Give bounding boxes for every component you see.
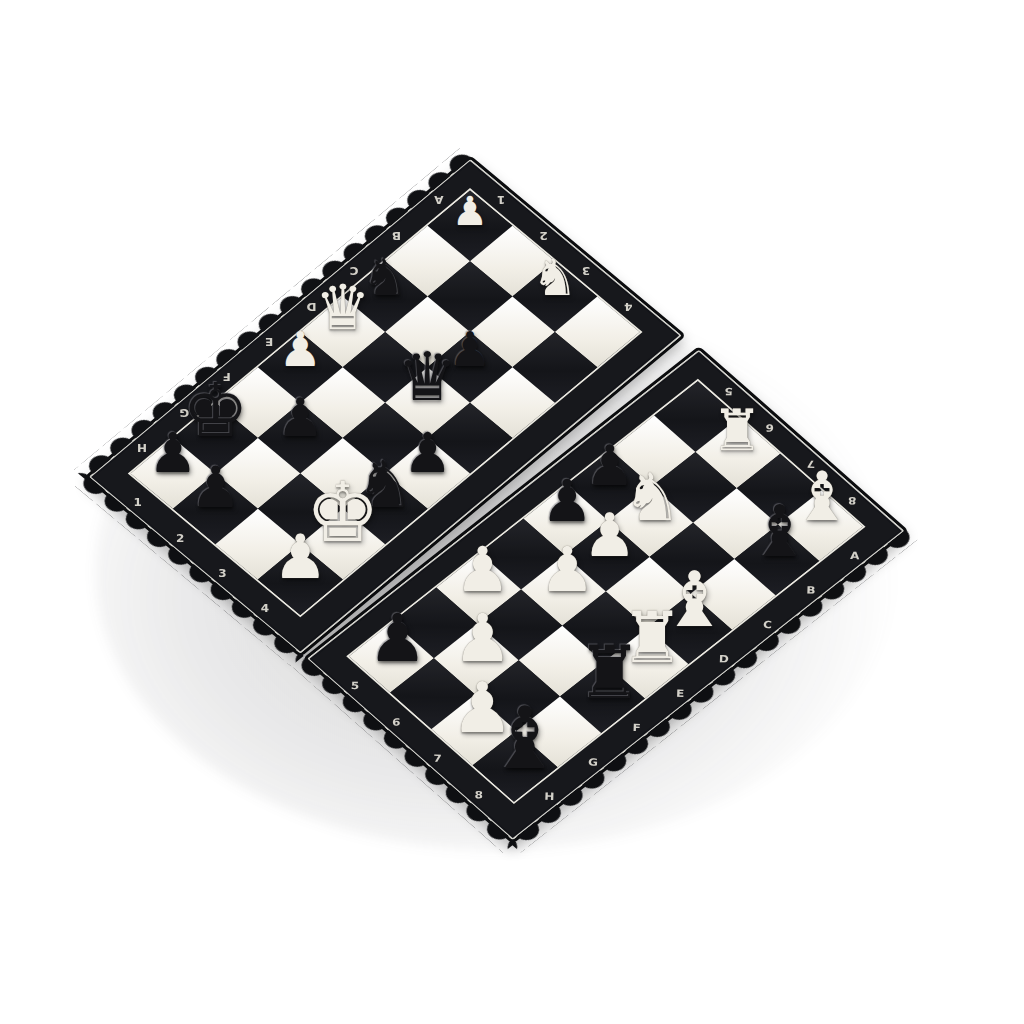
piece-white-rook-a6[interactable]: ♜ — [711, 402, 762, 459]
file-label-e-rank8-side: E — [676, 688, 685, 698]
rank-label-4: 4 — [261, 604, 269, 614]
piece-white-pawn-g6[interactable]: ♟ — [453, 606, 512, 672]
rank-label-3: 3 — [582, 266, 590, 276]
piece-white-pawn-e1[interactable]: ♟ — [279, 325, 322, 373]
rank-label-1: 1 — [133, 498, 141, 508]
chess-set-product-photo: 11223344ABCDEFGH 55667788ABCDEFGH ♟♟♟♟♟♟… — [0, 0, 1024, 1024]
piece-black-rook-f8[interactable]: ♜ — [577, 636, 642, 709]
file-label-b-rank8-side: B — [806, 585, 815, 595]
rank-label-6: 6 — [392, 717, 401, 727]
file-label-f-rank8-side: F — [632, 723, 641, 733]
file-label-a-rank1-side: A — [434, 195, 443, 205]
piece-white-pawn-a1[interactable]: ♟ — [452, 191, 488, 231]
piece-black-pawn-h5[interactable]: ♟ — [368, 606, 427, 672]
piece-white-queen-d1[interactable]: ♛ — [315, 277, 371, 339]
rank-label-2: 2 — [176, 533, 184, 543]
piece-white-pawn-h4[interactable]: ♟ — [273, 526, 328, 587]
rank-label-3: 3 — [218, 569, 226, 579]
rank-label-5: 5 — [724, 386, 733, 396]
rank-label-2: 2 — [539, 230, 547, 240]
piece-white-pawn-f5[interactable]: ♟ — [455, 539, 511, 601]
piece-white-knight-a3[interactable]: ♞ — [532, 252, 578, 303]
piece-white-pawn-e6[interactable]: ♟ — [540, 539, 596, 601]
piece-black-pawn-h2[interactable]: ♟ — [190, 459, 241, 516]
piece-black-bishop-b8[interactable]: ♝ — [748, 496, 812, 567]
file-label-e-rank1-side: E — [265, 336, 273, 346]
piece-black-bishop-h8[interactable]: ♝ — [486, 695, 563, 781]
rank-label-7: 7 — [433, 753, 442, 763]
file-label-b-rank1-side: B — [392, 230, 401, 240]
rank-label-6: 6 — [765, 423, 774, 433]
rank-label-5: 5 — [351, 681, 360, 691]
file-label-d-rank8-side: D — [719, 654, 729, 664]
rank-label-8: 8 — [474, 790, 483, 800]
file-label-h-rank8-side: H — [544, 791, 554, 801]
piece-black-queen-d3[interactable]: ♛ — [398, 344, 458, 411]
piece-black-pawn-f2[interactable]: ♟ — [277, 392, 325, 445]
rank-label-1: 1 — [497, 195, 505, 205]
file-label-h-rank1-side: H — [137, 443, 147, 453]
file-label-a-rank8-side: A — [850, 551, 860, 561]
file-label-c-rank8-side: C — [763, 620, 772, 630]
file-label-g-rank8-side: G — [588, 757, 598, 767]
rank-label-4: 4 — [624, 301, 632, 311]
